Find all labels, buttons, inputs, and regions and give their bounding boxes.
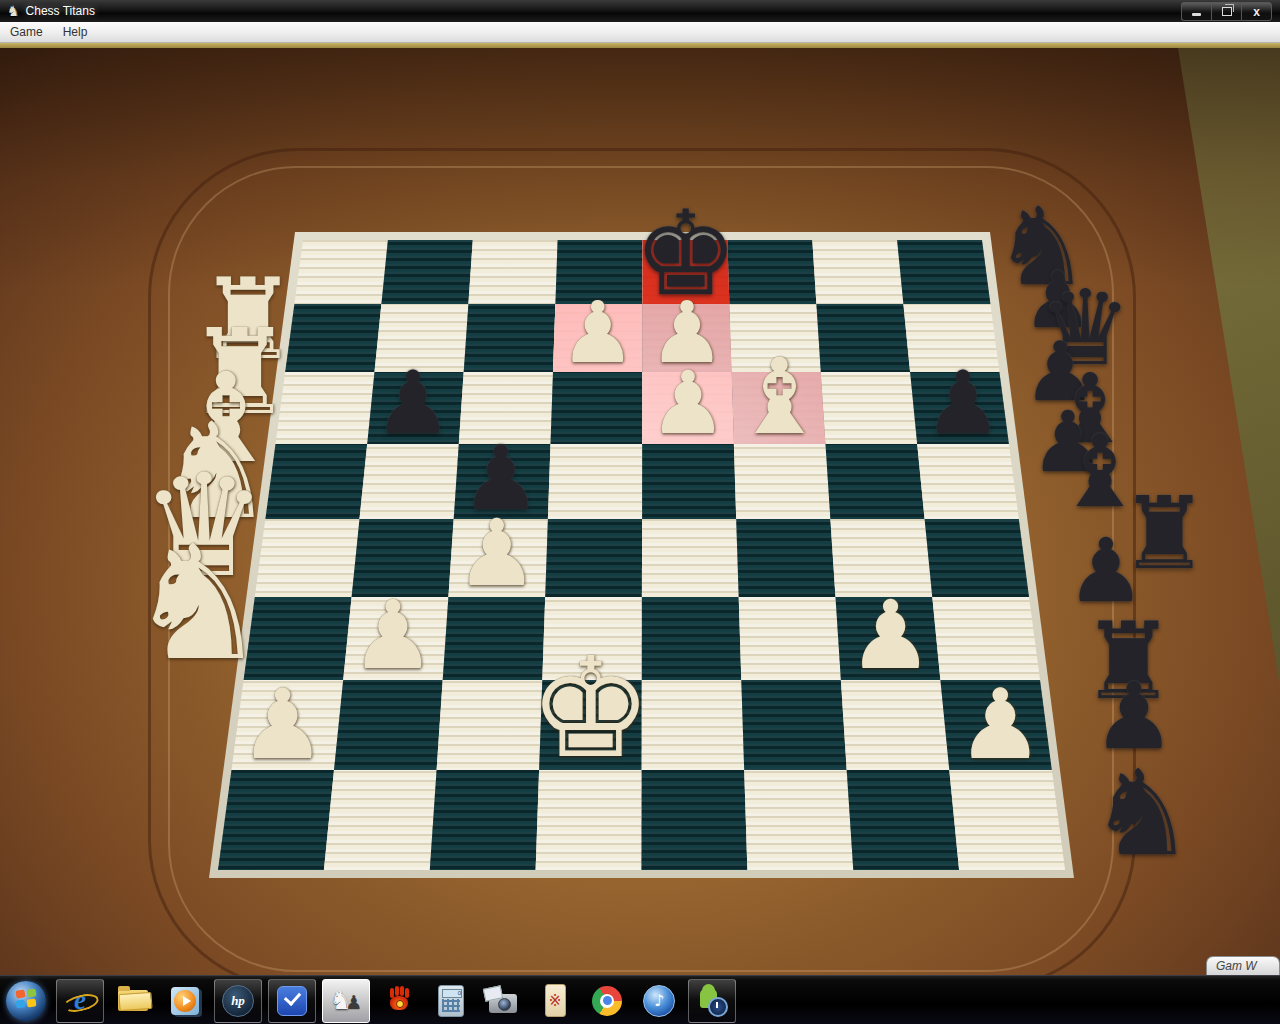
taskbar: e hp ♞♟ 0 ※ bbox=[0, 975, 1280, 1024]
chess-titans-icon: ♞♟ bbox=[330, 986, 362, 1015]
windows-flag-red bbox=[15, 989, 25, 998]
restore-icon bbox=[1222, 7, 1232, 16]
restore-button[interactable] bbox=[1211, 2, 1241, 21]
game-scene: ♚♟♟♟♟♝♟♟♟♟♟♟♚♟ ♜♜♝♞♛♞ ♞♟♛♟♝♟♝♜♟♜♟♞ bbox=[0, 48, 1280, 975]
taskbar-hand-eye-game[interactable] bbox=[376, 980, 422, 1022]
taskbar-mahjong[interactable]: ※ bbox=[532, 980, 578, 1022]
desktop: { "window": { "title": "Chess Titans", "… bbox=[0, 0, 1280, 1024]
hp-icon: hp bbox=[222, 985, 254, 1017]
windows-flag-blue bbox=[15, 999, 25, 1008]
taskbar-android-clock[interactable] bbox=[688, 979, 736, 1023]
media-player-icon bbox=[171, 987, 199, 1015]
mahjong-tile-icon: ※ bbox=[545, 984, 566, 1017]
chrome-icon bbox=[592, 986, 622, 1016]
piece-white-pawn-b3[interactable]: ♟ bbox=[350, 588, 435, 683]
minimize-button[interactable] bbox=[1181, 2, 1211, 21]
menu-bar: Game Help bbox=[0, 22, 1280, 43]
window-title: Chess Titans bbox=[26, 4, 95, 18]
itunes-icon: ♪ bbox=[643, 985, 675, 1017]
piece-black-pawn-h6[interactable]: ♟ bbox=[924, 360, 1002, 447]
captured-black-knight-12: ♞ bbox=[1089, 754, 1195, 872]
folder-front bbox=[118, 991, 152, 1010]
menu-help[interactable]: Help bbox=[53, 22, 98, 42]
internet-explorer-ring bbox=[62, 990, 101, 1014]
check-icon bbox=[277, 986, 307, 1016]
piece-white-king-d2[interactable]: ♚ bbox=[529, 640, 653, 778]
windows-flag-green bbox=[26, 988, 36, 997]
window-controls: x bbox=[1181, 2, 1272, 21]
piece-white-pawn-c4[interactable]: ♟ bbox=[456, 508, 538, 600]
windows-flag-yellow bbox=[26, 998, 36, 1007]
taskbar-chess-titans[interactable]: ♞♟ bbox=[322, 979, 370, 1023]
piece-white-pawn-h2[interactable]: ♟ bbox=[957, 676, 1044, 773]
minimize-icon bbox=[1192, 13, 1201, 16]
taskbar-chrome[interactable] bbox=[584, 980, 630, 1022]
piece-black-pawn-b6[interactable]: ♟ bbox=[374, 360, 452, 447]
taskbar-blue-check-app[interactable] bbox=[268, 979, 316, 1023]
android-clock-icon bbox=[696, 985, 728, 1017]
piece-white-pawn-e6[interactable]: ♟ bbox=[649, 360, 727, 447]
menu-game[interactable]: Game bbox=[0, 22, 53, 42]
hand-eye-icon bbox=[384, 986, 414, 1016]
calculator-icon: 0 bbox=[438, 985, 464, 1017]
taskbar-media-player[interactable] bbox=[162, 980, 208, 1022]
taskbar-photo-viewer[interactable] bbox=[480, 980, 526, 1022]
piece-white-bishop-f6[interactable]: ♝ bbox=[733, 344, 827, 449]
close-button[interactable]: x bbox=[1241, 2, 1272, 21]
piece-white-pawn-d7[interactable]: ♟ bbox=[560, 290, 636, 375]
background-popup-corner: Gam W bbox=[1206, 956, 1280, 975]
calculator-display: 0 bbox=[442, 989, 462, 998]
close-icon: x bbox=[1253, 6, 1260, 18]
piece-white-pawn-g3[interactable]: ♟ bbox=[848, 588, 933, 683]
app-icon: ♞ bbox=[7, 3, 20, 19]
taskbar-calculator[interactable]: 0 bbox=[428, 980, 474, 1022]
camera-icon bbox=[489, 994, 517, 1013]
taskbar-itunes[interactable]: ♪ bbox=[636, 980, 682, 1022]
taskbar-windows-explorer[interactable] bbox=[110, 980, 156, 1022]
taskbar-hp[interactable]: hp bbox=[214, 979, 262, 1023]
captured-white-knight-6: ♞ bbox=[127, 524, 269, 682]
start-button[interactable] bbox=[6, 981, 46, 1021]
title-bar[interactable]: ♞ Chess Titans x bbox=[0, 0, 1280, 22]
taskbar-internet-explorer[interactable]: e bbox=[56, 979, 104, 1023]
